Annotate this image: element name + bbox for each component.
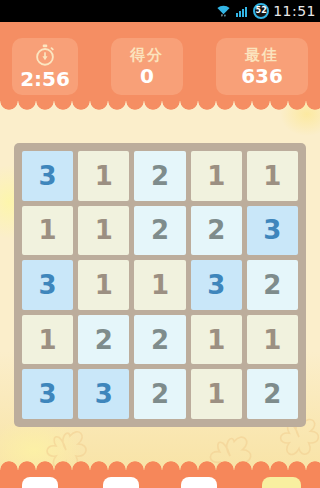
header-wave-edge [0,101,320,110]
cell-r2c2[interactable]: 1 [78,206,129,256]
best-label: 最佳 [245,46,279,64]
cell-r2c4[interactable]: 2 [191,206,242,256]
stopwatch-icon [34,44,56,67]
battery-circle-icon: 52 [253,3,269,19]
cell-r1c2[interactable]: 1 [78,151,129,201]
footer-wave-edge [0,461,320,470]
cell-r2c5[interactable]: 3 [247,206,298,256]
cell-r4c4[interactable]: 1 [191,315,242,365]
cell-r1c3[interactable]: 2 [134,151,185,201]
cell-r5c3[interactable]: 2 [134,369,185,419]
cell-r4c2[interactable]: 2 [78,315,129,365]
cell-r3c3[interactable]: 1 [134,260,185,310]
wifi-icon [216,4,231,18]
cell-r2c3[interactable]: 2 [134,206,185,256]
cell-r3c4[interactable]: 3 [191,260,242,310]
board-grid: 3121111223311321221133212 [14,143,306,427]
cell-r4c1[interactable]: 1 [22,315,73,365]
cell-r1c4[interactable]: 1 [191,151,242,201]
best-panel: 最佳 636 [216,38,308,95]
cell-r2c1[interactable]: 1 [22,206,73,256]
cell-r3c2[interactable]: 1 [78,260,129,310]
footer-button-4[interactable] [262,477,301,488]
best-value: 636 [241,65,283,87]
footer-button-2[interactable] [103,477,139,488]
score-label: 得分 [130,46,164,64]
battery-percent: 52 [256,7,267,15]
game-screen: 52 11:51 2:56 得分 0 最佳 636 [0,0,320,488]
cell-r3c5[interactable]: 2 [247,260,298,310]
cell-r4c5[interactable]: 1 [247,315,298,365]
cell-r5c1[interactable]: 3 [22,369,73,419]
score-value: 0 [140,65,154,87]
cell-r4c3[interactable]: 2 [134,315,185,365]
cell-r1c1[interactable]: 3 [22,151,73,201]
footer-button-3[interactable] [181,477,217,488]
cell-r1c5[interactable]: 1 [247,151,298,201]
status-bar: 52 11:51 [0,0,320,22]
footer-button-1[interactable] [22,477,58,488]
timer-panel: 2:56 [12,38,78,95]
footer-toolbar [0,470,320,488]
cell-r5c4[interactable]: 1 [191,369,242,419]
header: 2:56 得分 0 最佳 636 [0,22,320,101]
status-time: 11:51 [273,3,316,19]
cell-r5c5[interactable]: 2 [247,369,298,419]
cell-r5c2[interactable]: 3 [78,369,129,419]
cell-r3c1[interactable]: 3 [22,260,73,310]
signal-bars-icon [235,4,249,18]
timer-value: 2:56 [20,68,70,90]
score-panel: 得分 0 [111,38,183,95]
